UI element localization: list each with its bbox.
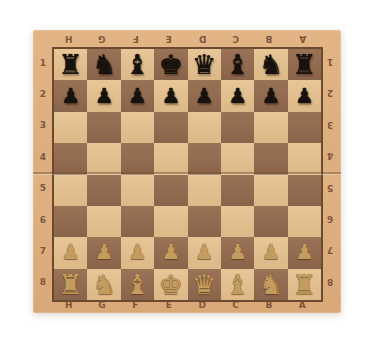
square-g4[interactable] [87, 143, 120, 174]
square-e8[interactable]: ♚ [154, 269, 187, 300]
piece-black-pawn-h2[interactable]: ♟ [61, 86, 80, 107]
square-c2[interactable]: ♟ [221, 80, 254, 111]
rank-label-left-1: 1 [36, 47, 50, 78]
square-g3[interactable] [87, 112, 120, 143]
square-b4[interactable] [254, 143, 287, 174]
piece-white-queen-d8[interactable]: ♛ [192, 271, 216, 298]
piece-black-knight-g1[interactable]: ♞ [92, 51, 116, 78]
piece-white-pawn-h7[interactable]: ♟ [61, 242, 80, 263]
square-d1[interactable]: ♛ [188, 49, 221, 80]
rank-labels-right: 12345678 [323, 47, 337, 298]
square-c5[interactable] [221, 175, 254, 206]
square-b8[interactable]: ♞ [254, 269, 287, 300]
rank-label-right-6: 6 [323, 204, 337, 235]
square-h7[interactable]: ♟ [54, 237, 87, 268]
square-h3[interactable] [54, 112, 87, 143]
square-d2[interactable]: ♟ [188, 80, 221, 111]
square-d5[interactable] [188, 175, 221, 206]
square-g8[interactable]: ♞ [87, 269, 120, 300]
piece-black-pawn-b2[interactable]: ♟ [262, 86, 281, 107]
piece-white-pawn-g7[interactable]: ♟ [95, 242, 114, 263]
piece-black-queen-d1[interactable]: ♛ [192, 51, 216, 78]
rank-label-right-7: 7 [323, 235, 337, 266]
rank-label-left-2: 2 [36, 78, 50, 109]
square-a8[interactable]: ♜ [288, 269, 321, 300]
piece-black-pawn-a2[interactable]: ♟ [295, 86, 314, 107]
square-c8[interactable]: ♝ [221, 269, 254, 300]
square-b6[interactable] [254, 206, 287, 237]
piece-black-rook-h1[interactable]: ♜ [59, 51, 83, 78]
square-f6[interactable] [121, 206, 154, 237]
file-label-top-g: G [85, 33, 118, 46]
piece-white-rook-h8[interactable]: ♜ [59, 271, 83, 298]
square-g7[interactable]: ♟ [87, 237, 120, 268]
piece-white-rook-a8[interactable]: ♜ [292, 271, 316, 298]
rank-labels-left: 12345678 [36, 47, 50, 298]
piece-white-pawn-a7[interactable]: ♟ [295, 242, 314, 263]
square-g5[interactable] [87, 175, 120, 206]
piece-white-pawn-d7[interactable]: ♟ [195, 242, 214, 263]
square-c4[interactable] [221, 143, 254, 174]
rank-label-right-4: 4 [323, 141, 337, 172]
piece-black-bishop-c1[interactable]: ♝ [225, 51, 249, 78]
square-f8[interactable]: ♝ [121, 269, 154, 300]
square-h5[interactable] [54, 175, 87, 206]
square-b1[interactable]: ♞ [254, 49, 287, 80]
square-e7[interactable]: ♟ [154, 237, 187, 268]
square-e1[interactable]: ♚ [154, 49, 187, 80]
rank-label-left-3: 3 [36, 110, 50, 141]
square-f2[interactable]: ♟ [121, 80, 154, 111]
square-f1[interactable]: ♝ [121, 49, 154, 80]
file-label-top-c: C [219, 33, 252, 46]
square-a3[interactable] [288, 112, 321, 143]
file-label-top-f: F [119, 33, 152, 46]
rank-label-right-2: 2 [323, 78, 337, 109]
piece-black-pawn-g2[interactable]: ♟ [95, 86, 114, 107]
rank-label-left-7: 7 [36, 235, 50, 266]
piece-black-bishop-f1[interactable]: ♝ [125, 51, 149, 78]
square-a2[interactable]: ♟ [288, 80, 321, 111]
piece-black-pawn-f2[interactable]: ♟ [128, 86, 147, 107]
file-label-top-d: D [186, 33, 219, 46]
square-g6[interactable] [87, 206, 120, 237]
piece-black-knight-b1[interactable]: ♞ [259, 51, 283, 78]
square-a6[interactable] [288, 206, 321, 237]
square-d3[interactable] [188, 112, 221, 143]
square-e6[interactable] [154, 206, 187, 237]
square-b3[interactable] [254, 112, 287, 143]
square-g1[interactable]: ♞ [87, 49, 120, 80]
square-b5[interactable] [254, 175, 287, 206]
square-c1[interactable]: ♝ [221, 49, 254, 80]
photo-canvas: HGFEDCBA HGFEDCBA 12345678 12345678 ♜♞♝♚… [0, 0, 367, 350]
square-f3[interactable] [121, 112, 154, 143]
square-e2[interactable]: ♟ [154, 80, 187, 111]
square-f7[interactable]: ♟ [121, 237, 154, 268]
square-g2[interactable]: ♟ [87, 80, 120, 111]
square-f4[interactable] [121, 143, 154, 174]
rank-label-left-5: 5 [36, 173, 50, 204]
piece-white-knight-b8[interactable]: ♞ [259, 271, 283, 298]
square-h8[interactable]: ♜ [54, 269, 87, 300]
file-label-top-e: E [152, 33, 185, 46]
square-c7[interactable]: ♟ [221, 237, 254, 268]
rank-label-left-6: 6 [36, 204, 50, 235]
square-h4[interactable] [54, 143, 87, 174]
square-c3[interactable] [221, 112, 254, 143]
piece-white-pawn-f7[interactable]: ♟ [128, 242, 147, 263]
square-h1[interactable]: ♜ [54, 49, 87, 80]
chess-board: HGFEDCBA HGFEDCBA 12345678 12345678 ♜♞♝♚… [33, 30, 341, 313]
square-b7[interactable]: ♟ [254, 237, 287, 268]
square-e4[interactable] [154, 143, 187, 174]
square-c6[interactable] [221, 206, 254, 237]
piece-black-pawn-c2[interactable]: ♟ [228, 86, 247, 107]
square-h6[interactable] [54, 206, 87, 237]
square-e3[interactable] [154, 112, 187, 143]
piece-white-king-e8[interactable]: ♚ [159, 271, 183, 298]
piece-black-king-e1[interactable]: ♚ [159, 51, 183, 78]
piece-white-knight-g8[interactable]: ♞ [92, 271, 116, 298]
square-d4[interactable] [188, 143, 221, 174]
piece-white-pawn-c7[interactable]: ♟ [228, 242, 247, 263]
file-labels-top: HGFEDCBA [52, 33, 319, 46]
piece-black-pawn-d2[interactable]: ♟ [195, 86, 214, 107]
square-e5[interactable] [154, 175, 187, 206]
square-a7[interactable]: ♟ [288, 237, 321, 268]
file-label-top-b: B [252, 33, 285, 46]
piece-white-bishop-f8[interactable]: ♝ [125, 271, 149, 298]
rank-label-left-4: 4 [36, 141, 50, 172]
board-grid: ♜♞♝♚♛♝♞♜♟♟♟♟♟♟♟♟♟♟♟♟♟♟♟♟♜♞♝♚♛♝♞♜ [52, 47, 323, 302]
rank-label-right-1: 1 [323, 47, 337, 78]
square-d6[interactable] [188, 206, 221, 237]
rank-label-right-3: 3 [323, 110, 337, 141]
file-label-top-h: H [52, 33, 85, 46]
square-a5[interactable] [288, 175, 321, 206]
piece-white-pawn-b7[interactable]: ♟ [262, 242, 281, 263]
piece-white-pawn-e7[interactable]: ♟ [161, 242, 180, 263]
piece-black-pawn-e2[interactable]: ♟ [161, 86, 180, 107]
rank-label-right-5: 5 [323, 173, 337, 204]
square-d7[interactable]: ♟ [188, 237, 221, 268]
square-a1[interactable]: ♜ [288, 49, 321, 80]
square-a4[interactable] [288, 143, 321, 174]
rank-label-left-8: 8 [36, 267, 50, 298]
square-b2[interactable]: ♟ [254, 80, 287, 111]
square-f5[interactable] [121, 175, 154, 206]
square-d8[interactable]: ♛ [188, 269, 221, 300]
square-h2[interactable]: ♟ [54, 80, 87, 111]
file-label-top-a: A [286, 33, 319, 46]
piece-white-bishop-c8[interactable]: ♝ [225, 271, 249, 298]
rank-label-right-8: 8 [323, 267, 337, 298]
piece-black-rook-a1[interactable]: ♜ [292, 51, 316, 78]
